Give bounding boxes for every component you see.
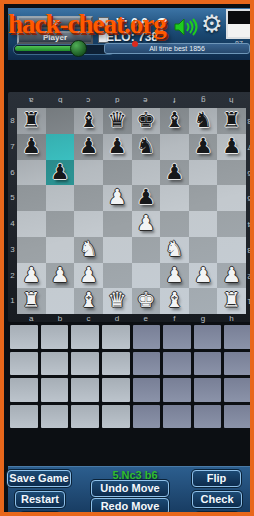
square-h2[interactable]: ♟ — [217, 263, 246, 289]
gear-icon[interactable]: ⚙ — [201, 10, 223, 38]
watermark-dot — [132, 41, 138, 47]
draw-button[interactable]: Draw — [195, 512, 239, 516]
capture-slot — [71, 378, 99, 402]
capture-slot — [133, 378, 161, 402]
rank-label-right-2: 2 — [245, 263, 254, 289]
piece-white-pawn: ♟ — [46, 263, 75, 289]
all-time-best-label: All time best 1856 — [105, 44, 249, 53]
piece-black-pawn: ♟ — [217, 134, 246, 160]
rank-label-right-1: 1 — [245, 288, 254, 314]
square-g2[interactable]: ♟ — [189, 263, 218, 289]
flip-button[interactable]: Flip — [192, 470, 241, 487]
file-label-bottom-h: h — [217, 314, 246, 323]
file-label-top-d: d — [103, 96, 132, 105]
black-half — [228, 11, 250, 24]
rank-label-left-1: 1 — [8, 288, 17, 314]
capture-slot — [41, 378, 69, 402]
square-e8[interactable]: ♚ — [132, 108, 161, 134]
piece-black-pawn: ♟ — [132, 185, 161, 211]
square-b3[interactable] — [46, 237, 75, 263]
square-a3[interactable] — [17, 237, 46, 263]
file-label-bottom-b: b — [46, 314, 75, 323]
control-panel: 5.Nc3 b6 Save Game Restart Quit Undo Mov… — [8, 466, 254, 516]
square-b4[interactable] — [46, 211, 75, 237]
square-c6[interactable] — [74, 160, 103, 186]
slider-knob[interactable] — [70, 40, 87, 57]
file-label-bottom-e: e — [131, 314, 160, 323]
file-label-bottom-d: d — [103, 314, 132, 323]
rank-label-right-6: 6 — [245, 160, 254, 186]
chess-app: AI Player V: 6.6 ELO: 738 ? ⚙ 87 All tim… — [0, 0, 254, 516]
square-c2[interactable]: ♟ — [74, 263, 103, 289]
square-h6[interactable] — [217, 160, 246, 186]
square-f7[interactable] — [160, 134, 189, 160]
square-b5[interactable] — [46, 185, 75, 211]
square-g5[interactable] — [189, 185, 218, 211]
capture-slot — [163, 405, 191, 429]
square-e2[interactable] — [132, 263, 161, 289]
watermark-text: hack-cheat.org — [8, 9, 166, 40]
rank-label-right-8: 8 — [245, 108, 254, 134]
capture-slot — [41, 325, 69, 349]
piece-white-pawn: ♟ — [217, 263, 246, 289]
rank-label-left-5: 5 — [8, 185, 17, 211]
capture-slot — [10, 352, 38, 376]
square-h8[interactable]: ♜ — [217, 108, 246, 134]
square-b1[interactable] — [46, 288, 75, 314]
piece-white-knight: ♞ — [74, 237, 103, 263]
piece-white-pawn: ♟ — [160, 263, 189, 289]
piece-white-king: ♚ — [132, 288, 161, 314]
square-a2[interactable]: ♟ — [17, 263, 46, 289]
piece-white-queen: ♛ — [103, 288, 132, 314]
capture-slot — [194, 352, 222, 376]
square-c8[interactable]: ♝ — [74, 108, 103, 134]
capture-slot — [41, 352, 69, 376]
square-a5[interactable] — [17, 185, 46, 211]
capture-slot — [163, 325, 191, 349]
captured-pieces-tray — [10, 325, 252, 428]
piece-black-king: ♚ — [132, 108, 161, 134]
square-b2[interactable]: ♟ — [46, 263, 75, 289]
square-d6[interactable] — [103, 160, 132, 186]
capture-slot — [71, 352, 99, 376]
rank-label-right-7: 7 — [245, 134, 254, 160]
piece-black-bishop: ♝ — [74, 108, 103, 134]
square-g8[interactable]: ♞ — [189, 108, 218, 134]
piece-white-pawn: ♟ — [132, 211, 161, 237]
square-a4[interactable] — [17, 211, 46, 237]
capture-slot — [71, 405, 99, 429]
rank-label-left-7: 7 — [8, 134, 17, 160]
piece-black-queen: ♛ — [103, 108, 132, 134]
speaker-icon[interactable] — [174, 17, 200, 41]
capture-slot — [102, 352, 130, 376]
square-f8[interactable]: ♝ — [160, 108, 189, 134]
rank-label-left-4: 4 — [8, 211, 17, 237]
rank-label-left-8: 8 — [8, 108, 17, 134]
piece-black-pawn: ♟ — [189, 134, 218, 160]
square-g6[interactable] — [189, 160, 218, 186]
square-a1[interactable]: ♜ — [17, 288, 46, 314]
piece-black-bishop: ♝ — [160, 108, 189, 134]
capture-slot — [102, 378, 130, 402]
rank-label-right-5: 5 — [245, 185, 254, 211]
piece-black-pawn: ♟ — [160, 160, 189, 186]
file-label-top-f: f — [160, 96, 189, 105]
square-a6[interactable] — [17, 160, 46, 186]
square-h7[interactable]: ♟ — [217, 134, 246, 160]
capture-slot — [163, 378, 191, 402]
file-label-top-h: h — [217, 96, 246, 105]
square-d5[interactable]: ♟ — [103, 185, 132, 211]
file-label-top-b: b — [46, 96, 75, 105]
check-button[interactable]: Check — [192, 491, 242, 508]
capture-slot — [71, 325, 99, 349]
all-time-best-bar: All time best 1856 — [104, 43, 250, 54]
square-d2[interactable] — [103, 263, 132, 289]
capture-slot — [10, 378, 38, 402]
capture-slot — [10, 325, 38, 349]
square-f4[interactable] — [160, 211, 189, 237]
piece-white-rook: ♜ — [17, 288, 46, 314]
square-b8[interactable] — [46, 108, 75, 134]
capture-slot — [133, 405, 161, 429]
square-f3[interactable]: ♞ — [160, 237, 189, 263]
capture-slot — [224, 378, 252, 402]
piece-black-pawn: ♟ — [17, 134, 46, 160]
square-f6[interactable]: ♟ — [160, 160, 189, 186]
square-c1[interactable]: ♝ — [74, 288, 103, 314]
square-f5[interactable] — [160, 185, 189, 211]
square-g4[interactable] — [189, 211, 218, 237]
square-b7[interactable] — [46, 134, 75, 160]
turn-color-widget[interactable] — [226, 9, 252, 39]
piece-white-pawn: ♟ — [17, 263, 46, 289]
undo-move-button[interactable]: Undo Move — [91, 480, 169, 497]
square-d8[interactable]: ♛ — [103, 108, 132, 134]
piece-white-bishop: ♝ — [74, 288, 103, 314]
square-c7[interactable]: ♟ — [74, 134, 103, 160]
square-h1[interactable]: ♜ — [217, 288, 246, 314]
square-c4[interactable] — [74, 211, 103, 237]
restart-button[interactable]: Restart — [15, 491, 65, 508]
capture-slot — [224, 405, 252, 429]
square-a7[interactable]: ♟ — [17, 134, 46, 160]
quit-button[interactable]: Quit — [20, 512, 60, 516]
square-d3[interactable] — [103, 237, 132, 263]
file-label-top-a: a — [17, 96, 46, 105]
file-label-bottom-g: g — [189, 314, 218, 323]
piece-black-knight: ♞ — [189, 108, 218, 134]
piece-black-rook: ♜ — [17, 108, 46, 134]
piece-white-rook: ♜ — [217, 288, 246, 314]
square-e4[interactable]: ♟ — [132, 211, 161, 237]
piece-white-bishop: ♝ — [160, 288, 189, 314]
capture-slot — [133, 325, 161, 349]
square-g7[interactable]: ♟ — [189, 134, 218, 160]
capture-slot — [41, 405, 69, 429]
square-e3[interactable] — [132, 237, 161, 263]
square-f1[interactable]: ♝ — [160, 288, 189, 314]
square-h5[interactable] — [217, 185, 246, 211]
file-label-bottom-c: c — [74, 314, 103, 323]
white-half — [228, 24, 250, 37]
board-frame: ♜♝♛♚♝♞♜♟♟♟♞♟♟♟♟♟♟♟♞♞♟♟♟♟♟♟♜♝♛♚♝♜ aabbccd… — [8, 92, 253, 322]
piece-black-knight: ♞ — [132, 134, 161, 160]
square-b6[interactable]: ♟ — [46, 160, 75, 186]
save-game-button[interactable]: Save Game — [7, 470, 71, 487]
capture-slot — [102, 325, 130, 349]
square-f2[interactable]: ♟ — [160, 263, 189, 289]
square-e7[interactable]: ♞ — [132, 134, 161, 160]
piece-white-pawn: ♟ — [103, 185, 132, 211]
file-label-bottom-f: f — [160, 314, 189, 323]
piece-black-pawn: ♟ — [74, 134, 103, 160]
square-d7[interactable]: ♟ — [103, 134, 132, 160]
square-a8[interactable]: ♜ — [17, 108, 46, 134]
piece-black-pawn: ♟ — [46, 160, 75, 186]
piece-black-pawn: ♟ — [103, 134, 132, 160]
square-c3[interactable]: ♞ — [74, 237, 103, 263]
square-e5[interactable]: ♟ — [132, 185, 161, 211]
rank-label-left-3: 3 — [8, 237, 17, 263]
capture-slot — [224, 325, 252, 349]
capture-slot — [224, 352, 252, 376]
file-label-bottom-a: a — [17, 314, 46, 323]
file-label-top-c: c — [74, 96, 103, 105]
piece-white-pawn: ♟ — [189, 263, 218, 289]
rank-label-left-2: 2 — [8, 263, 17, 289]
piece-white-knight: ♞ — [160, 237, 189, 263]
square-e1[interactable]: ♚ — [132, 288, 161, 314]
capture-slot — [102, 405, 130, 429]
slider-fill — [15, 46, 77, 51]
square-d1[interactable]: ♛ — [103, 288, 132, 314]
capture-slot — [194, 378, 222, 402]
capture-slot — [163, 352, 191, 376]
redo-move-button[interactable]: Redo Move — [91, 498, 169, 515]
capture-slot — [194, 325, 222, 349]
rank-label-left-6: 6 — [8, 160, 17, 186]
piece-white-pawn: ♟ — [74, 263, 103, 289]
capture-slot — [10, 405, 38, 429]
file-label-top-e: e — [131, 96, 160, 105]
square-e6[interactable] — [132, 160, 161, 186]
square-g1[interactable] — [189, 288, 218, 314]
square-c5[interactable] — [74, 185, 103, 211]
piece-black-rook: ♜ — [217, 108, 246, 134]
square-h4[interactable] — [217, 211, 246, 237]
capture-slot — [194, 405, 222, 429]
square-g3[interactable] — [189, 237, 218, 263]
square-d4[interactable] — [103, 211, 132, 237]
rank-label-right-4: 4 — [245, 211, 254, 237]
difficulty-slider[interactable] — [13, 44, 115, 55]
rank-label-right-3: 3 — [245, 237, 254, 263]
chess-board[interactable]: ♜♝♛♚♝♞♜♟♟♟♞♟♟♟♟♟♟♟♞♞♟♟♟♟♟♟♜♝♛♚♝♜ — [17, 108, 246, 314]
file-label-top-g: g — [189, 96, 218, 105]
capture-slot — [133, 352, 161, 376]
square-h3[interactable] — [217, 237, 246, 263]
